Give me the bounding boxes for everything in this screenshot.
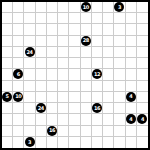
cell[interactable]	[92, 114, 103, 125]
cell[interactable]	[58, 69, 69, 80]
cell[interactable]: 4	[126, 92, 137, 103]
cell[interactable]	[92, 2, 103, 13]
cell[interactable]	[126, 81, 137, 92]
cell[interactable]	[13, 2, 24, 13]
cell[interactable]	[47, 13, 58, 24]
cell[interactable]	[24, 58, 35, 69]
clue-circle: 3	[25, 137, 35, 147]
cell[interactable]	[58, 24, 69, 35]
cell[interactable]	[126, 103, 137, 114]
cell[interactable]	[81, 114, 92, 125]
cell[interactable]	[114, 69, 125, 80]
clue-circle: 16	[92, 103, 102, 113]
clue-circle: 10	[13, 92, 23, 102]
cell[interactable]	[92, 137, 103, 148]
cell[interactable]	[69, 24, 80, 35]
clue-circle: 5	[2, 92, 12, 102]
cell[interactable]	[137, 137, 148, 148]
cell[interactable]	[69, 2, 80, 13]
cell[interactable]	[36, 47, 47, 58]
cell[interactable]	[81, 47, 92, 58]
cell[interactable]	[58, 81, 69, 92]
cell[interactable]	[126, 126, 137, 137]
cell[interactable]	[2, 137, 13, 148]
cell[interactable]: 4	[126, 114, 137, 125]
cell[interactable]: 3	[24, 137, 35, 148]
cell[interactable]	[81, 81, 92, 92]
clue-circle: 4	[137, 114, 147, 124]
cell[interactable]	[103, 69, 114, 80]
cell[interactable]	[103, 137, 114, 148]
clue-circle: 28	[81, 36, 91, 46]
cell[interactable]	[47, 92, 58, 103]
cell[interactable]	[137, 24, 148, 35]
cell[interactable]	[114, 47, 125, 58]
clue-circle: 4	[126, 92, 136, 102]
cell[interactable]	[137, 47, 148, 58]
cell[interactable]	[81, 126, 92, 137]
cell[interactable]	[2, 24, 13, 35]
cell[interactable]	[69, 92, 80, 103]
cell[interactable]	[58, 126, 69, 137]
cell[interactable]	[58, 103, 69, 114]
cell[interactable]	[92, 36, 103, 47]
board-grid: 10328246125104241644163	[2, 2, 148, 148]
cell[interactable]	[13, 36, 24, 47]
cell[interactable]	[92, 81, 103, 92]
cell[interactable]	[137, 13, 148, 24]
cell[interactable]	[126, 69, 137, 80]
cell[interactable]	[47, 2, 58, 13]
cell[interactable]	[103, 126, 114, 137]
cell[interactable]	[126, 2, 137, 13]
cell[interactable]: 10	[81, 2, 92, 13]
cell[interactable]	[36, 137, 47, 148]
cell[interactable]	[81, 103, 92, 114]
cell[interactable]	[13, 103, 24, 114]
cell[interactable]	[36, 69, 47, 80]
cell[interactable]	[24, 103, 35, 114]
cell[interactable]	[36, 58, 47, 69]
cell[interactable]	[114, 92, 125, 103]
cell[interactable]	[81, 92, 92, 103]
cell[interactable]	[24, 114, 35, 125]
cell[interactable]	[47, 36, 58, 47]
cell[interactable]	[137, 58, 148, 69]
cell[interactable]	[103, 2, 114, 13]
cell[interactable]	[13, 47, 24, 58]
cell[interactable]	[137, 126, 148, 137]
cell[interactable]	[24, 92, 35, 103]
cell[interactable]	[81, 69, 92, 80]
cell[interactable]	[92, 24, 103, 35]
cell[interactable]	[114, 36, 125, 47]
cell[interactable]: 28	[81, 36, 92, 47]
shikaku-board: 10328246125104241644163	[0, 0, 150, 150]
cell[interactable]	[92, 126, 103, 137]
cell[interactable]	[137, 69, 148, 80]
cell[interactable]	[13, 126, 24, 137]
cell[interactable]: 12	[92, 69, 103, 80]
cell[interactable]	[36, 81, 47, 92]
cell[interactable]	[126, 13, 137, 24]
cell[interactable]	[103, 92, 114, 103]
cell[interactable]	[114, 103, 125, 114]
clue-circle: 12	[92, 69, 102, 79]
cell[interactable]	[69, 126, 80, 137]
cell[interactable]	[103, 103, 114, 114]
cell[interactable]	[58, 137, 69, 148]
cell[interactable]	[36, 92, 47, 103]
cell[interactable]	[114, 24, 125, 35]
cell[interactable]	[69, 47, 80, 58]
cell[interactable]	[126, 47, 137, 58]
cell[interactable]	[114, 81, 125, 92]
cell[interactable]	[2, 114, 13, 125]
cell[interactable]	[126, 137, 137, 148]
cell[interactable]	[126, 24, 137, 35]
cell[interactable]	[114, 137, 125, 148]
cell[interactable]	[36, 36, 47, 47]
cell[interactable]	[69, 13, 80, 24]
cell[interactable]	[114, 13, 125, 24]
cell[interactable]	[92, 92, 103, 103]
cell[interactable]	[69, 81, 80, 92]
cell[interactable]	[24, 69, 35, 80]
clue-circle: 6	[13, 69, 23, 79]
clue-circle: 10	[81, 2, 91, 12]
cell[interactable]	[36, 13, 47, 24]
clue-circle: 24	[36, 103, 46, 113]
cell[interactable]	[137, 36, 148, 47]
cell[interactable]	[58, 13, 69, 24]
cell[interactable]: 16	[47, 126, 58, 137]
cell[interactable]	[36, 24, 47, 35]
cell[interactable]	[69, 137, 80, 148]
cell[interactable]	[69, 36, 80, 47]
cell[interactable]: 6	[13, 69, 24, 80]
cell[interactable]	[24, 36, 35, 47]
clue-circle: 4	[126, 114, 136, 124]
cell[interactable]	[103, 36, 114, 47]
cell[interactable]	[126, 36, 137, 47]
cell[interactable]	[58, 36, 69, 47]
cell[interactable]	[47, 114, 58, 125]
cell[interactable]	[2, 36, 13, 47]
cell[interactable]	[81, 58, 92, 69]
cell[interactable]	[13, 137, 24, 148]
cell[interactable]	[24, 13, 35, 24]
cell[interactable]	[24, 126, 35, 137]
cell[interactable]	[13, 81, 24, 92]
cell[interactable]	[47, 58, 58, 69]
cell[interactable]	[103, 47, 114, 58]
cell[interactable]: 24	[24, 47, 35, 58]
cell[interactable]	[92, 58, 103, 69]
cell[interactable]	[2, 69, 13, 80]
cell[interactable]	[47, 103, 58, 114]
cell[interactable]: 5	[2, 92, 13, 103]
cell[interactable]: 16	[92, 103, 103, 114]
cell[interactable]	[103, 81, 114, 92]
clue-circle: 16	[47, 126, 57, 136]
cell[interactable]	[81, 137, 92, 148]
cell[interactable]	[2, 58, 13, 69]
cell[interactable]	[103, 114, 114, 125]
cell[interactable]	[126, 58, 137, 69]
cell[interactable]	[13, 13, 24, 24]
cell[interactable]	[58, 2, 69, 13]
cell[interactable]	[58, 114, 69, 125]
cell[interactable]	[69, 103, 80, 114]
clue-circle: 24	[25, 47, 35, 57]
cell[interactable]	[47, 81, 58, 92]
cell[interactable]: 24	[36, 103, 47, 114]
cell[interactable]	[47, 47, 58, 58]
clue-circle: 3	[114, 2, 124, 12]
cell[interactable]	[13, 24, 24, 35]
cell[interactable]	[81, 13, 92, 24]
cell[interactable]	[24, 2, 35, 13]
cell[interactable]: 10	[13, 92, 24, 103]
cell[interactable]	[114, 114, 125, 125]
cell[interactable]	[114, 126, 125, 137]
cell[interactable]	[36, 2, 47, 13]
cell[interactable]	[2, 13, 13, 24]
cell[interactable]	[58, 47, 69, 58]
cell[interactable]	[137, 2, 148, 13]
cell[interactable]	[92, 47, 103, 58]
cell[interactable]	[137, 81, 148, 92]
cell[interactable]	[69, 114, 80, 125]
cell[interactable]	[36, 114, 47, 125]
cell[interactable]	[24, 24, 35, 35]
cell[interactable]	[2, 103, 13, 114]
cell[interactable]	[2, 2, 13, 13]
cell[interactable]	[137, 103, 148, 114]
cell[interactable]	[36, 126, 47, 137]
cell[interactable]	[47, 24, 58, 35]
cell[interactable]	[103, 24, 114, 35]
cell[interactable]	[13, 114, 24, 125]
cell[interactable]	[114, 58, 125, 69]
cell[interactable]	[69, 58, 80, 69]
cell[interactable]	[81, 24, 92, 35]
cell[interactable]	[2, 47, 13, 58]
cell[interactable]	[13, 58, 24, 69]
cell[interactable]: 3	[114, 2, 125, 13]
cell[interactable]: 4	[137, 114, 148, 125]
cell[interactable]	[69, 69, 80, 80]
cell[interactable]	[47, 69, 58, 80]
cell[interactable]	[103, 13, 114, 24]
cell[interactable]	[92, 13, 103, 24]
cell[interactable]	[24, 81, 35, 92]
cell[interactable]	[58, 92, 69, 103]
cell[interactable]	[137, 92, 148, 103]
cell[interactable]	[103, 58, 114, 69]
cell[interactable]	[47, 137, 58, 148]
cell[interactable]	[58, 58, 69, 69]
cell[interactable]	[2, 81, 13, 92]
cell[interactable]	[2, 126, 13, 137]
